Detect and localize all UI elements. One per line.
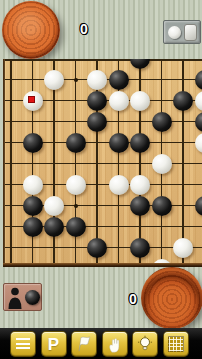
white-stone-bowl	[2, 1, 60, 59]
pass-button[interactable]: P	[42, 332, 66, 356]
black-stone	[109, 70, 129, 90]
grid-line-vertical	[182, 59, 184, 263]
white-stone	[130, 175, 150, 195]
white-stone	[23, 175, 43, 195]
go-board[interactable]	[3, 59, 202, 267]
grid-line-vertical	[96, 59, 98, 263]
white-stone	[109, 91, 129, 111]
white-stone-icon	[168, 26, 181, 39]
black-stone	[130, 238, 150, 258]
white-flag-icon	[75, 335, 93, 353]
star-point	[74, 78, 78, 82]
resign-button[interactable]	[72, 332, 96, 356]
black-stone	[173, 91, 193, 111]
star-point	[74, 204, 78, 208]
white-stone	[66, 175, 86, 195]
score-button[interactable]	[164, 332, 188, 356]
white-stone	[173, 238, 193, 258]
board-left-edge	[3, 59, 5, 263]
white-player-indicator	[163, 20, 201, 44]
black-stone	[87, 112, 107, 132]
black-stone	[66, 133, 86, 153]
grid-line-horizontal	[3, 59, 202, 61]
pass-p-glyph: P	[48, 336, 59, 353]
last-move-marker	[28, 96, 35, 103]
menu-button[interactable]	[11, 332, 35, 356]
black-stone	[152, 196, 172, 216]
white-stone	[130, 91, 150, 111]
white-captures-count: 0	[80, 21, 88, 37]
black-captures-count: 0	[129, 291, 137, 307]
black-stone	[23, 217, 43, 237]
black-stone	[109, 133, 129, 153]
black-stone	[66, 217, 86, 237]
black-stone	[87, 91, 107, 111]
black-stone	[130, 196, 150, 216]
white-stone-box-icon	[184, 24, 197, 41]
white-stone	[44, 196, 64, 216]
grid-line-vertical	[10, 59, 12, 263]
grid-line-vertical	[139, 59, 141, 263]
hand-button[interactable]	[103, 332, 127, 356]
white-stone	[44, 70, 64, 90]
black-stone-icon	[25, 290, 40, 305]
board-grid-icon	[168, 336, 184, 352]
hint-button[interactable]	[133, 332, 157, 356]
black-stone	[87, 238, 107, 258]
white-stone	[152, 154, 172, 174]
toolbar: P	[0, 328, 202, 359]
black-stone	[152, 112, 172, 132]
black-stone	[23, 196, 43, 216]
app-screen: 0 0 P	[0, 0, 202, 359]
light-bulb-icon	[136, 335, 154, 353]
hand-icon	[106, 336, 123, 353]
grid-line-vertical	[118, 59, 120, 263]
black-stone	[44, 217, 64, 237]
black-stone	[130, 133, 150, 153]
black-stone	[23, 133, 43, 153]
person-icon	[7, 287, 23, 309]
white-stone	[87, 70, 107, 90]
list-lines-icon	[16, 338, 30, 351]
black-player-indicator	[3, 283, 42, 311]
grid-line-horizontal	[3, 163, 202, 165]
black-stone-bowl	[141, 267, 202, 329]
white-stone	[109, 175, 129, 195]
